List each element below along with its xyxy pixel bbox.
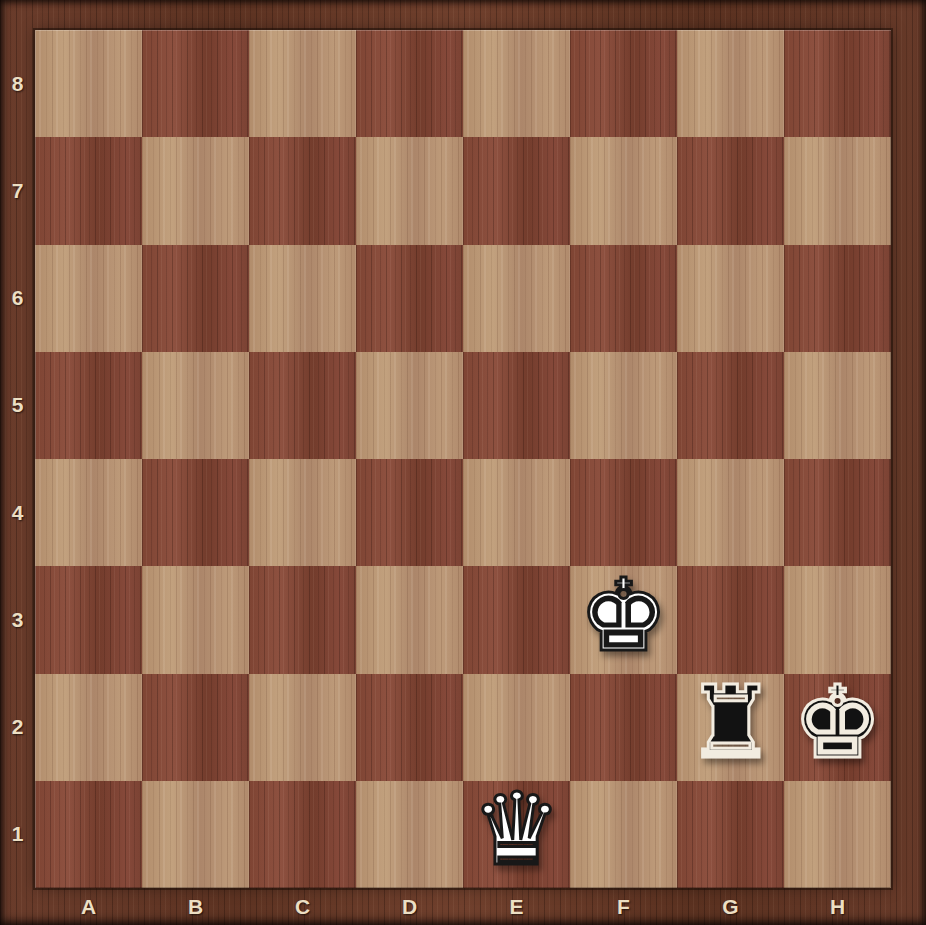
file-label-c: C [249, 888, 356, 925]
piece-white-queen-e1[interactable]: ♛ [472, 780, 562, 880]
square-c1[interactable] [249, 781, 356, 888]
file-labels: ABCDEFGH [35, 888, 891, 925]
square-b8[interactable] [142, 30, 249, 137]
square-d1[interactable] [356, 781, 463, 888]
square-e3[interactable] [463, 566, 570, 673]
square-e7[interactable] [463, 137, 570, 244]
file-label-g: G [677, 888, 784, 925]
square-b4[interactable] [142, 459, 249, 566]
rank-label-1: 1 [0, 781, 35, 888]
square-h2[interactable]: ♚ [784, 674, 891, 781]
file-label-e: E [463, 888, 570, 925]
chess-board: ♚♜♚♛ [35, 30, 891, 888]
square-g7[interactable] [677, 137, 784, 244]
square-f7[interactable] [570, 137, 677, 244]
square-b6[interactable] [142, 245, 249, 352]
square-f3[interactable]: ♚ [570, 566, 677, 673]
square-b1[interactable] [142, 781, 249, 888]
square-g4[interactable] [677, 459, 784, 566]
square-d2[interactable] [356, 674, 463, 781]
square-c8[interactable] [249, 30, 356, 137]
square-a6[interactable] [35, 245, 142, 352]
square-b5[interactable] [142, 352, 249, 459]
square-h3[interactable] [784, 566, 891, 673]
rank-label-8: 8 [0, 30, 35, 137]
square-a4[interactable] [35, 459, 142, 566]
piece-black-rook-g2[interactable]: ♜ [686, 673, 776, 773]
rank-label-7: 7 [0, 137, 35, 244]
square-h7[interactable] [784, 137, 891, 244]
square-a3[interactable] [35, 566, 142, 673]
rank-label-4: 4 [0, 459, 35, 566]
square-h4[interactable] [784, 459, 891, 566]
square-e4[interactable] [463, 459, 570, 566]
rank-label-3: 3 [0, 566, 35, 673]
piece-black-king-h2[interactable]: ♚ [793, 673, 883, 773]
rank-label-6: 6 [0, 245, 35, 352]
piece-white-king-f3[interactable]: ♚ [579, 566, 669, 666]
square-b7[interactable] [142, 137, 249, 244]
square-d5[interactable] [356, 352, 463, 459]
square-g3[interactable] [677, 566, 784, 673]
square-h5[interactable] [784, 352, 891, 459]
file-label-a: A [35, 888, 142, 925]
square-f8[interactable] [570, 30, 677, 137]
square-g8[interactable] [677, 30, 784, 137]
square-a7[interactable] [35, 137, 142, 244]
square-d7[interactable] [356, 137, 463, 244]
square-e1[interactable]: ♛ [463, 781, 570, 888]
board-frame: ♚♜♚♛ 87654321 ABCDEFGH [0, 0, 926, 925]
file-label-h: H [784, 888, 891, 925]
square-g1[interactable] [677, 781, 784, 888]
square-c7[interactable] [249, 137, 356, 244]
square-h8[interactable] [784, 30, 891, 137]
square-f6[interactable] [570, 245, 677, 352]
square-d6[interactable] [356, 245, 463, 352]
square-d3[interactable] [356, 566, 463, 673]
square-c5[interactable] [249, 352, 356, 459]
square-a8[interactable] [35, 30, 142, 137]
file-label-b: B [142, 888, 249, 925]
square-g2[interactable]: ♜ [677, 674, 784, 781]
file-label-d: D [356, 888, 463, 925]
square-e5[interactable] [463, 352, 570, 459]
square-f2[interactable] [570, 674, 677, 781]
square-e6[interactable] [463, 245, 570, 352]
square-a1[interactable] [35, 781, 142, 888]
rank-label-5: 5 [0, 352, 35, 459]
square-c4[interactable] [249, 459, 356, 566]
rank-labels: 87654321 [0, 30, 35, 888]
square-f1[interactable] [570, 781, 677, 888]
square-g6[interactable] [677, 245, 784, 352]
rank-label-2: 2 [0, 674, 35, 781]
file-label-f: F [570, 888, 677, 925]
square-a5[interactable] [35, 352, 142, 459]
square-d8[interactable] [356, 30, 463, 137]
square-h6[interactable] [784, 245, 891, 352]
square-c3[interactable] [249, 566, 356, 673]
square-f5[interactable] [570, 352, 677, 459]
square-d4[interactable] [356, 459, 463, 566]
square-b2[interactable] [142, 674, 249, 781]
square-f4[interactable] [570, 459, 677, 566]
square-g5[interactable] [677, 352, 784, 459]
square-a2[interactable] [35, 674, 142, 781]
square-c6[interactable] [249, 245, 356, 352]
square-e2[interactable] [463, 674, 570, 781]
square-h1[interactable] [784, 781, 891, 888]
square-e8[interactable] [463, 30, 570, 137]
square-b3[interactable] [142, 566, 249, 673]
square-c2[interactable] [249, 674, 356, 781]
